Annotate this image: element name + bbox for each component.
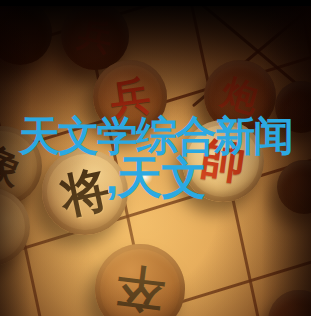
piece-red-general: 帥 <box>182 120 264 202</box>
piece-red-soldier: 兵 <box>93 60 167 134</box>
piece-character: 将 <box>57 164 114 221</box>
piece-character: 兵 <box>107 74 152 119</box>
piece-character: 帥 <box>198 136 248 186</box>
piece-red-soldier-shadowed: 兵 <box>61 2 129 70</box>
top-black-bar <box>0 0 311 6</box>
piece-character: 炮 <box>218 74 263 119</box>
piece-black-general: 将 <box>42 149 128 235</box>
piece-character: 卒 <box>113 262 166 315</box>
xiangqi-photo: 兵 兵 炮 象 将 帥 卒 天文学综合新闻 ,天文 <box>0 0 311 316</box>
piece-character: 兵 <box>75 16 115 56</box>
piece-character: 象 <box>0 140 28 192</box>
